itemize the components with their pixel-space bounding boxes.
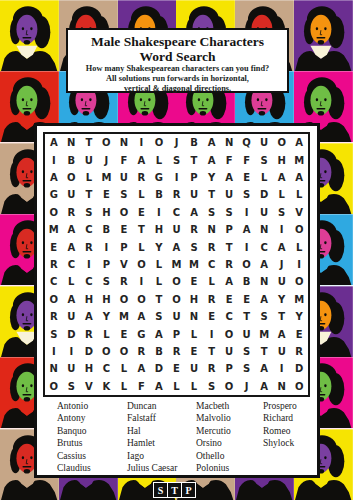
grid-cell: H	[80, 360, 98, 377]
grid-cell: A	[290, 134, 308, 151]
grid-cell: H	[150, 221, 168, 238]
grid-cell: O	[133, 256, 151, 273]
grid-cell: L	[63, 273, 81, 290]
word-list-item: Richard	[263, 412, 297, 424]
grid-cell: G	[133, 325, 151, 342]
grid-cell: O	[168, 273, 186, 290]
grid-cell: R	[168, 186, 186, 203]
grid-cell: D	[290, 360, 308, 377]
grid-cell: D	[255, 186, 273, 203]
grid-cell: E	[290, 325, 308, 342]
grid-cell: L	[290, 186, 308, 203]
grid-cell: U	[220, 343, 238, 360]
grid-cell: N	[203, 221, 221, 238]
grid-cell: I	[273, 221, 291, 238]
grid-cell: H	[98, 204, 116, 221]
grid-cell: O	[238, 256, 256, 273]
grid-cell: O	[168, 291, 186, 308]
grid-cell: D	[80, 343, 98, 360]
grid-cell: O	[115, 204, 133, 221]
grid-cell: I	[150, 204, 168, 221]
word-list-item: Falstaff	[127, 412, 196, 424]
grid-cell: D	[63, 325, 81, 342]
grid-cell: U	[255, 204, 273, 221]
grid-cell: G	[45, 186, 63, 203]
grid-cell: E	[203, 308, 221, 325]
grid-cell: A	[273, 169, 291, 186]
grid-cell: O	[45, 378, 63, 395]
word-list-item: Banquo	[57, 425, 127, 437]
grid-cell: R	[133, 343, 151, 360]
grid-cell: A	[255, 256, 273, 273]
grid-cell: T	[185, 151, 203, 168]
grid-cell: S	[98, 273, 116, 290]
grid-cell: M	[255, 325, 273, 342]
subtitle-line2: All solutions run forwards in horizontal…	[68, 74, 287, 84]
grid-cell: E	[133, 204, 151, 221]
grid-cell: I	[63, 343, 81, 360]
grid-cell: Y	[290, 308, 308, 325]
grid-cell: B	[150, 343, 168, 360]
grid-cell: T	[80, 186, 98, 203]
grid-cell: Q	[238, 134, 256, 151]
grid-cell: U	[63, 360, 81, 377]
grid-cell: S	[80, 204, 98, 221]
shakespeare-portrait-tile	[0, 0, 59, 71]
grid-cell: R	[203, 360, 221, 377]
grid-cell: S	[150, 308, 168, 325]
grid-cell: H	[185, 291, 203, 308]
grid-cell: O	[273, 134, 291, 151]
grid-cell: S	[238, 343, 256, 360]
grid-cell: U	[185, 186, 203, 203]
grid-cell: L	[273, 186, 291, 203]
grid-cell: P	[220, 221, 238, 238]
grid-cell: A	[273, 238, 291, 255]
grid-cell: T	[80, 134, 98, 151]
grid-cell: E	[185, 273, 203, 290]
grid-cell: A	[290, 169, 308, 186]
word-list-column: ProsperoRichardRomeoShylock	[263, 400, 297, 474]
grid-cell: S	[255, 308, 273, 325]
grid-cell: S	[255, 151, 273, 168]
grid-cell: A	[255, 360, 273, 377]
logo-letter-square: P	[182, 483, 195, 497]
word-list-item: Brutus	[57, 437, 127, 449]
grid-cell: R	[115, 273, 133, 290]
grid-cell: R	[290, 343, 308, 360]
logo-letter-square: S	[154, 483, 167, 497]
word-list-item: Hamlet	[127, 437, 196, 449]
grid-cell: R	[133, 169, 151, 186]
grid-cell: E	[168, 360, 186, 377]
grid-cell: R	[45, 308, 63, 325]
grid-cell: R	[80, 238, 98, 255]
word-list-item: Mercutio	[196, 425, 263, 437]
grid-cell: L	[115, 360, 133, 377]
grid-cell: R	[203, 291, 221, 308]
grid-cell: F	[220, 151, 238, 168]
grid-cell: V	[290, 204, 308, 221]
grid-cell: T	[133, 221, 151, 238]
grid-cell: A	[168, 238, 186, 255]
grid-cell: O	[115, 343, 133, 360]
grid-cell: A	[203, 151, 221, 168]
grid-cell: A	[150, 378, 168, 395]
grid-cell: J	[238, 378, 256, 395]
title-box: Male Shakespeare Characters Word Search …	[66, 28, 289, 93]
grid-cell: M	[290, 151, 308, 168]
grid-cell: C	[168, 204, 186, 221]
grid-cell: S	[238, 186, 256, 203]
grid-cell: B	[98, 221, 116, 238]
grid-cell: B	[238, 273, 256, 290]
stp-logo: STP	[153, 482, 196, 498]
grid-cell: T	[255, 343, 273, 360]
word-list-column: AntonioAntonyBanquoBrutusCassiusClaudius	[57, 400, 127, 474]
grid-cell: I	[168, 169, 186, 186]
grid-cell: E	[185, 343, 203, 360]
grid-cell: E	[45, 238, 63, 255]
grid-cell: F	[133, 378, 151, 395]
grid-cell: C	[80, 273, 98, 290]
grid-cell: J	[168, 134, 186, 151]
grid-cell: C	[45, 273, 63, 290]
grid-cell: A	[133, 151, 151, 168]
grid-cell: G	[150, 169, 168, 186]
grid-cell: R	[203, 238, 221, 255]
word-list-item: Claudius	[57, 462, 127, 474]
grid-cell: V	[115, 256, 133, 273]
grid-cell: C	[98, 360, 116, 377]
grid-cell: A	[255, 291, 273, 308]
grid-cell: Y	[203, 169, 221, 186]
grid-cell: H	[273, 151, 291, 168]
grid-cell: P	[185, 169, 203, 186]
grid-cell: P	[115, 238, 133, 255]
grid-cell: A	[273, 325, 291, 342]
grid-cell: S	[273, 204, 291, 221]
grid-cell: U	[238, 325, 256, 342]
word-list-item: Julius Caesar	[127, 462, 196, 474]
grid-cell: R	[45, 256, 63, 273]
grid-cell: T	[203, 186, 221, 203]
grid-cell: U	[273, 343, 291, 360]
grid-cell: P	[98, 256, 116, 273]
grid-cell: M	[185, 256, 203, 273]
word-list-item: Antonio	[57, 400, 127, 412]
grid-cell: R	[80, 325, 98, 342]
grid-cell: A	[80, 308, 98, 325]
grid-cell: A	[63, 238, 81, 255]
grid-cell: L	[185, 378, 203, 395]
grid-cell: Y	[98, 308, 116, 325]
grid-cell: A	[220, 169, 238, 186]
grid-cell: R	[185, 221, 203, 238]
grid-cell: C	[220, 308, 238, 325]
grid-cell: O	[150, 134, 168, 151]
grid-cell: E	[238, 291, 256, 308]
grid-cell: S	[168, 151, 186, 168]
grid-cell: R	[220, 256, 238, 273]
shakespeare-portrait-tile	[294, 0, 353, 71]
shakespeare-bust-icon	[294, 0, 353, 71]
grid-cell: A	[133, 308, 151, 325]
word-list-item: Romeo	[263, 425, 297, 437]
grid-cell: U	[63, 186, 81, 203]
grid-cell: N	[273, 378, 291, 395]
grid-cell: R	[63, 204, 81, 221]
grid-cell: I	[273, 360, 291, 377]
grid-cell: A	[63, 291, 81, 308]
grid-cell: E	[98, 186, 116, 203]
grid-cell: L	[255, 169, 273, 186]
grid-cell: N	[185, 308, 203, 325]
grid-cell: B	[185, 134, 203, 151]
grid-cell: I	[133, 273, 151, 290]
grid-cell: U	[168, 308, 186, 325]
grid-cell: L	[133, 186, 151, 203]
grid-cell: V	[80, 378, 98, 395]
grid-cell: I	[238, 238, 256, 255]
grid-cell: A	[203, 134, 221, 151]
grid-cell: N	[63, 134, 81, 151]
word-list-item: Orsino	[196, 437, 263, 449]
grid-cell: P	[220, 360, 238, 377]
word-list-item: Cassius	[57, 450, 127, 462]
grid-cell: E	[115, 221, 133, 238]
grid-cell: O	[220, 378, 238, 395]
grid-cell: O	[45, 204, 63, 221]
grid-cell: J	[98, 151, 116, 168]
grid-cell: N	[255, 221, 273, 238]
logo-letter-square: T	[168, 483, 181, 497]
grid-cell: U	[80, 151, 98, 168]
shakespeare-bust-icon	[0, 0, 59, 71]
grid-cell: A	[63, 221, 81, 238]
grid-cell: M	[115, 308, 133, 325]
grid-cell: M	[168, 256, 186, 273]
grid-cell: J	[273, 256, 291, 273]
grid-cell: O	[220, 325, 238, 342]
grid-cell: I	[238, 204, 256, 221]
grid-cell: E	[220, 291, 238, 308]
grid-cell: A	[255, 378, 273, 395]
word-list-item: Prospero	[263, 400, 297, 412]
grid-cell: O	[290, 378, 308, 395]
grid-cell: M	[98, 169, 116, 186]
grid-cell: B	[63, 151, 81, 168]
grid-cell: N	[115, 134, 133, 151]
grid-cell: T	[220, 238, 238, 255]
grid-cell: L	[115, 378, 133, 395]
grid-cell: U	[273, 273, 291, 290]
grid-cell: T	[273, 308, 291, 325]
grid-cell: H	[98, 291, 116, 308]
grid-cell: A	[45, 134, 63, 151]
grid-cell: L	[150, 151, 168, 168]
grid-cell: S	[203, 204, 221, 221]
subtitle-line1: How many Shakespearean characters can yo…	[68, 64, 287, 74]
grid-cell: F	[238, 151, 256, 168]
grid-cell: O	[63, 169, 81, 186]
grid-cell: O	[98, 343, 116, 360]
grid-cell: I	[133, 134, 151, 151]
word-list: AntonioAntonyBanquoBrutusCassiusClaudius…	[37, 400, 317, 474]
word-list-column: MacbethMalvolioMercutioOrsinoOthelloPolo…	[196, 400, 263, 474]
word-list-item: Hal	[127, 425, 196, 437]
grid-cell: S	[203, 378, 221, 395]
grid-cell: U	[168, 221, 186, 238]
grid-cell: U	[185, 360, 203, 377]
grid-cell: Y	[273, 291, 291, 308]
grid-cell: L	[133, 238, 151, 255]
grid-cell: A	[185, 204, 203, 221]
word-list-item: Antony	[57, 412, 127, 424]
grid-cell: L	[203, 273, 221, 290]
grid-cell: M	[290, 291, 308, 308]
poster-title-line2: Word Search	[68, 49, 287, 64]
grid-cell: E	[238, 169, 256, 186]
grid-cell: U	[115, 169, 133, 186]
grid-cell: L	[80, 169, 98, 186]
grid-cell: C	[80, 221, 98, 238]
subtitle-line3: vertical & diagonal directions.	[68, 84, 287, 94]
word-list-item: Malvolio	[196, 412, 263, 424]
word-list-item: Iago	[127, 450, 196, 462]
grid-cell: A	[45, 169, 63, 186]
grid-cell: S	[115, 186, 133, 203]
grid-cell: L	[150, 273, 168, 290]
word-list-item: Shylock	[263, 437, 297, 449]
grid-cell: I	[98, 238, 116, 255]
grid-cell: L	[98, 325, 116, 342]
grid-cell: P	[168, 325, 186, 342]
grid-cell: S	[63, 378, 81, 395]
grid-cell: I	[80, 256, 98, 273]
grid-cell: T	[238, 308, 256, 325]
word-search-poster: Male Shakespeare Characters Word Search …	[0, 0, 353, 500]
grid-cell: U	[63, 308, 81, 325]
grid-cell: U	[255, 134, 273, 151]
grid-cell: C	[255, 238, 273, 255]
grid-cell: S	[238, 360, 256, 377]
grid-cell: O	[98, 134, 116, 151]
grid-cell: K	[98, 378, 116, 395]
grid-cell: A	[133, 360, 151, 377]
grid-cell: L	[150, 256, 168, 273]
grid-cell: L	[290, 238, 308, 255]
grid-cell: C	[203, 256, 221, 273]
word-list-column: DuncanFalstaffHalHamletIagoJulius Caesar	[127, 400, 196, 474]
puzzle-panel: ANTONIOJBANQUOAIBUJFALSTAFFSHMAOLMURGIPY…	[34, 123, 320, 478]
grid-cell: O	[290, 273, 308, 290]
grid-cell: Y	[150, 238, 168, 255]
grid-cell: I	[290, 256, 308, 273]
grid-cell: S	[185, 238, 203, 255]
grid-cell: O	[290, 221, 308, 238]
grid-cell: M	[45, 221, 63, 238]
grid-cell: N	[255, 273, 273, 290]
grid-cell: I	[45, 343, 63, 360]
grid-cell: A	[220, 273, 238, 290]
grid-cell: T	[150, 291, 168, 308]
grid-cell: F	[115, 151, 133, 168]
grid-cell: O	[115, 291, 133, 308]
word-list-item: Polonius	[196, 462, 263, 474]
grid-cell: S	[220, 204, 238, 221]
grid-cell: A	[150, 325, 168, 342]
word-list-item: Macbeth	[196, 400, 263, 412]
poster-title-line1: Male Shakespeare Characters	[68, 34, 287, 49]
grid-cell: H	[80, 291, 98, 308]
grid-cell: O	[45, 291, 63, 308]
grid-cell: B	[150, 186, 168, 203]
grid-cell: U	[220, 186, 238, 203]
grid-cell: I	[45, 151, 63, 168]
word-list-item: Othello	[196, 450, 263, 462]
grid-cell: R	[168, 343, 186, 360]
grid-cell: L	[185, 325, 203, 342]
grid-cell: D	[150, 360, 168, 377]
word-list-item: Duncan	[127, 400, 196, 412]
grid-cell: A	[238, 221, 256, 238]
grid-cell: E	[115, 325, 133, 342]
grid-cell: L	[168, 378, 186, 395]
grid-cell: C	[63, 256, 81, 273]
grid-cell: T	[203, 343, 221, 360]
grid-cell: N	[220, 134, 238, 151]
grid-cell: I	[203, 325, 221, 342]
grid-cell: S	[45, 325, 63, 342]
grid-cell: O	[133, 291, 151, 308]
word-search-grid: ANTONIOJBANQUOAIBUJFALSTAFFSHMAOLMURGIPY…	[43, 132, 310, 397]
grid-cell: N	[45, 360, 63, 377]
